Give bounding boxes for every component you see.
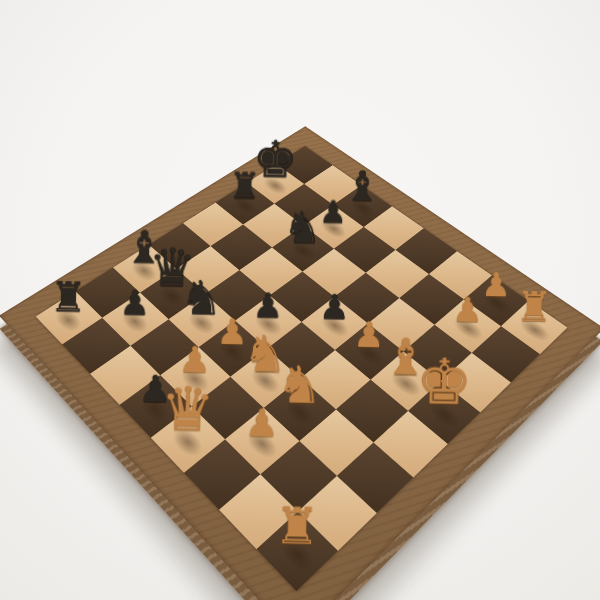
white-pawn-h2[interactable]: ♟ [480, 268, 510, 302]
black-pawn-b7[interactable]: ♟ [119, 285, 150, 320]
black-rook-a8[interactable]: ♜ [49, 277, 87, 319]
square-a4[interactable]: ♛ [151, 406, 225, 472]
scene-lean: ♝♟♜♚♟♟♜♞♟♟♝♚♟♝♛♞♟♞♞♟♟♟♜♟♛♜ [0, 0, 600, 600]
white-pawn-b3[interactable]: ♟ [244, 403, 279, 442]
white-rook-h1[interactable]: ♜ [515, 287, 553, 329]
photo-background: ♝♟♜♚♟♟♜♞♟♟♝♚♟♝♛♞♟♞♞♟♟♟♜♟♛♜ [0, 0, 600, 600]
white-pawn-e3[interactable]: ♟ [352, 317, 384, 353]
black-bishop-h6[interactable]: ♝ [343, 164, 381, 206]
black-pawn-g6[interactable]: ♟ [318, 196, 346, 227]
white-king-e1[interactable]: ♚ [415, 349, 473, 413]
black-rook-f8[interactable]: ♜ [227, 167, 260, 204]
board-assembly: ♝♟♜♚♟♟♜♞♟♟♝♚♟♝♛♞♟♞♞♟♟♟♜♟♛♜ [0, 126, 600, 600]
white-rook-a1[interactable]: ♜ [273, 501, 319, 552]
chess-board[interactable]: ♝♟♜♚♟♟♜♞♟♟♝♚♟♝♛♞♟♞♞♟♟♟♜♟♛♜ [36, 146, 568, 591]
white-pawn-b5[interactable]: ♟ [178, 341, 211, 378]
black-knight-f6[interactable]: ♞ [282, 205, 322, 249]
chess-board-frame: ♝♟♜♚♟♟♜♞♟♟♝♚♟♝♛♞♟♞♞♟♟♟♜♟♛♜ [0, 126, 600, 600]
black-pawn-e4[interactable]: ♟ [318, 289, 349, 324]
white-pawn-g2[interactable]: ♟ [451, 292, 482, 327]
scene: ♝♟♜♚♟♟♜♞♟♟♝♚♟♝♛♞♟♞♞♟♟♟♜♟♛♜ [0, 0, 600, 600]
black-knight-c6[interactable]: ♞ [179, 274, 222, 322]
white-queen-a4[interactable]: ♛ [159, 379, 214, 441]
white-knight-c3[interactable]: ♞ [276, 358, 323, 410]
black-pawn-d5[interactable]: ♟ [252, 288, 283, 323]
